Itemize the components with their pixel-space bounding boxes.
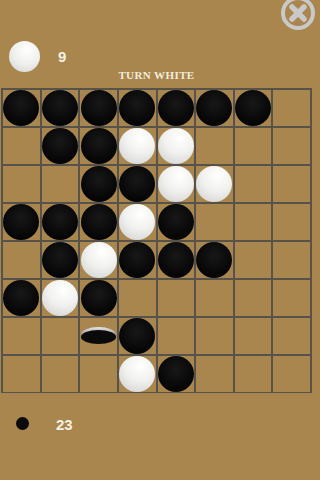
board-cell[interactable]	[42, 128, 79, 164]
board-cell[interactable]	[80, 90, 117, 126]
board-cell[interactable]	[235, 90, 272, 126]
board-cell[interactable]	[158, 90, 195, 126]
board-cell[interactable]	[119, 318, 156, 354]
board-cell[interactable]	[119, 166, 156, 202]
black-disc	[119, 242, 155, 278]
board-cell[interactable]	[196, 280, 233, 316]
board-cell[interactable]	[235, 166, 272, 202]
board-cell[interactable]	[273, 166, 310, 202]
black-disc	[81, 128, 117, 164]
white-disc	[42, 280, 78, 316]
board-cell[interactable]	[196, 318, 233, 354]
black-disc	[119, 318, 155, 354]
board-cell[interactable]	[119, 242, 156, 278]
board-cell[interactable]	[80, 204, 117, 240]
board-cell[interactable]	[235, 128, 272, 164]
board-cell[interactable]	[3, 166, 40, 202]
board-cell[interactable]	[42, 318, 79, 354]
black-disc	[196, 242, 232, 278]
flipping-disc	[81, 329, 116, 344]
black-disc	[119, 90, 155, 126]
black-disc	[3, 204, 39, 240]
white-disc	[119, 128, 155, 164]
board-cell[interactable]	[42, 280, 79, 316]
board-cell[interactable]	[158, 204, 195, 240]
board-cell[interactable]	[80, 242, 117, 278]
black-disc	[119, 166, 155, 202]
board-cell[interactable]	[3, 356, 40, 392]
board-cell[interactable]	[196, 128, 233, 164]
black-disc	[42, 242, 78, 278]
board-cell[interactable]	[42, 90, 79, 126]
board-cell[interactable]	[3, 280, 40, 316]
board-cell[interactable]	[196, 90, 233, 126]
white-score-disc	[9, 41, 40, 72]
black-disc	[42, 128, 78, 164]
board-cell[interactable]	[196, 204, 233, 240]
white-disc	[81, 242, 117, 278]
white-disc	[196, 166, 232, 202]
turn-indicator: TURN WHITE	[0, 69, 313, 81]
board-cell[interactable]	[196, 166, 233, 202]
board-cell[interactable]	[235, 280, 272, 316]
board-cell[interactable]	[119, 204, 156, 240]
board-cell[interactable]	[42, 166, 79, 202]
board-cell[interactable]	[3, 90, 40, 126]
black-disc	[158, 242, 194, 278]
black-disc	[81, 166, 117, 202]
board-cell[interactable]	[42, 204, 79, 240]
black-disc	[81, 204, 117, 240]
board-cell[interactable]	[119, 356, 156, 392]
board-cell[interactable]	[42, 242, 79, 278]
black-disc	[42, 90, 78, 126]
black-disc	[81, 90, 117, 126]
board-cell[interactable]	[158, 280, 195, 316]
flipping-disc-face	[81, 330, 116, 344]
board-cell[interactable]	[235, 204, 272, 240]
board-cell[interactable]	[158, 128, 195, 164]
black-disc	[235, 90, 271, 126]
board-cell[interactable]	[273, 280, 310, 316]
white-score: 9	[58, 48, 66, 65]
black-disc	[158, 204, 194, 240]
board-cell[interactable]	[3, 318, 40, 354]
close-button[interactable]	[279, 0, 317, 32]
board-cell[interactable]	[273, 242, 310, 278]
board-cell[interactable]	[196, 356, 233, 392]
white-disc	[119, 204, 155, 240]
board-cell[interactable]	[42, 356, 79, 392]
board-cell[interactable]	[80, 166, 117, 202]
board-cell[interactable]	[80, 318, 117, 354]
board-cell[interactable]	[158, 166, 195, 202]
black-disc	[158, 90, 194, 126]
board-cell[interactable]	[3, 204, 40, 240]
close-icon	[279, 0, 317, 32]
black-disc	[196, 90, 232, 126]
black-disc	[81, 280, 117, 316]
board-cell[interactable]	[119, 128, 156, 164]
black-disc	[42, 204, 78, 240]
board-cell[interactable]	[235, 356, 272, 392]
white-disc	[158, 166, 194, 202]
board-cell[interactable]	[158, 356, 195, 392]
board-cell[interactable]	[196, 242, 233, 278]
board-cell[interactable]	[119, 280, 156, 316]
board-cell[interactable]	[80, 128, 117, 164]
board-cell[interactable]	[273, 204, 310, 240]
board-cell[interactable]	[80, 356, 117, 392]
black-score-disc	[16, 417, 29, 430]
black-disc	[3, 90, 39, 126]
board-cell[interactable]	[235, 318, 272, 354]
black-disc	[3, 280, 39, 316]
board-cell[interactable]	[3, 128, 40, 164]
board-cell[interactable]	[119, 90, 156, 126]
board-cell[interactable]	[273, 90, 310, 126]
black-disc	[158, 356, 194, 392]
board-cell[interactable]	[80, 280, 117, 316]
board-cell[interactable]	[273, 356, 310, 392]
game-screen: 9 TURN WHITE 23	[0, 0, 320, 480]
board-cell[interactable]	[3, 242, 40, 278]
board-cell[interactable]	[273, 128, 310, 164]
black-score: 23	[56, 416, 73, 433]
white-disc	[119, 356, 155, 392]
white-disc	[158, 128, 194, 164]
othello-board	[1, 88, 312, 393]
board-cell[interactable]	[235, 242, 272, 278]
board-cell[interactable]	[158, 242, 195, 278]
board-cell[interactable]	[158, 318, 195, 354]
board-cell[interactable]	[273, 318, 310, 354]
